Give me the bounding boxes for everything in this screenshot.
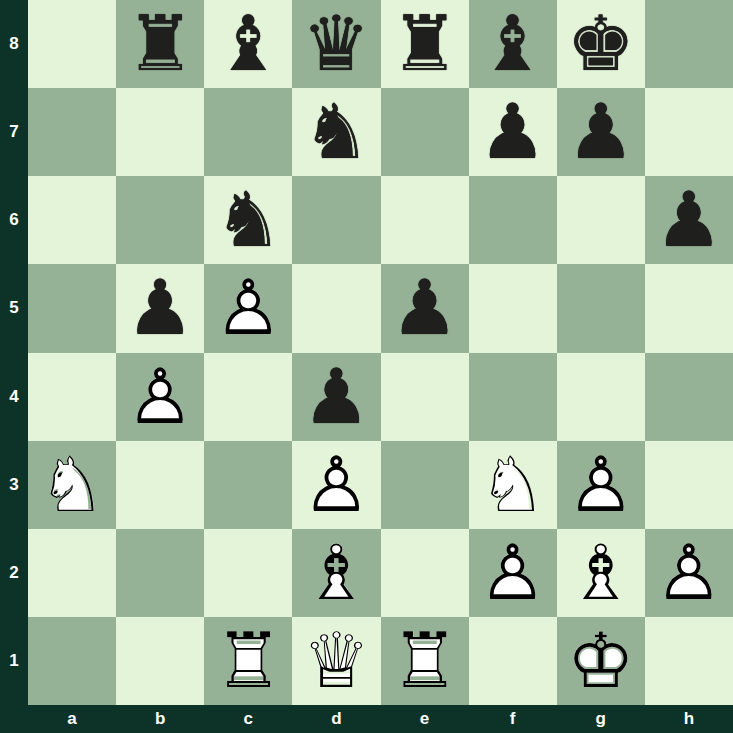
piece-white-knight-outline: ♘ — [469, 441, 557, 529]
file-labels: abcdefgh — [28, 705, 733, 733]
piece-black-rook: ♜ — [381, 0, 469, 88]
square-g2[interactable]: ♝♗ — [557, 529, 645, 617]
file-label-c: c — [204, 705, 292, 733]
rank-label-5: 5 — [0, 264, 28, 352]
piece-white-pawn: ♟ — [469, 529, 557, 617]
square-c1[interactable]: ♜♖ — [204, 617, 292, 705]
square-f1[interactable] — [469, 617, 557, 705]
square-d8[interactable]: ♛ — [292, 0, 380, 88]
piece-white-rook: ♜ — [381, 617, 469, 705]
rank-label-3: 3 — [0, 441, 28, 529]
square-e4[interactable] — [381, 353, 469, 441]
square-f5[interactable] — [469, 264, 557, 352]
square-b5[interactable]: ♟ — [116, 264, 204, 352]
square-g4[interactable] — [557, 353, 645, 441]
piece-black-pawn: ♟ — [557, 88, 645, 176]
square-a2[interactable] — [28, 529, 116, 617]
square-f2[interactable]: ♟♙ — [469, 529, 557, 617]
square-b6[interactable] — [116, 176, 204, 264]
piece-white-king-outline: ♔ — [557, 617, 645, 705]
square-b3[interactable] — [116, 441, 204, 529]
piece-white-pawn: ♟ — [116, 353, 204, 441]
file-label-g: g — [557, 705, 645, 733]
piece-white-bishop-outline: ♗ — [557, 529, 645, 617]
square-h5[interactable] — [645, 264, 733, 352]
square-h3[interactable] — [645, 441, 733, 529]
piece-black-pawn: ♟ — [469, 88, 557, 176]
piece-white-knight: ♞ — [469, 441, 557, 529]
square-b8[interactable]: ♜ — [116, 0, 204, 88]
square-g6[interactable] — [557, 176, 645, 264]
piece-black-pawn: ♟ — [292, 353, 380, 441]
square-h8[interactable] — [645, 0, 733, 88]
square-g8[interactable]: ♚ — [557, 0, 645, 88]
piece-white-bishop: ♝ — [292, 529, 380, 617]
square-a5[interactable] — [28, 264, 116, 352]
square-d5[interactable] — [292, 264, 380, 352]
square-d7[interactable]: ♞ — [292, 88, 380, 176]
square-f7[interactable]: ♟ — [469, 88, 557, 176]
rank-label-7: 7 — [0, 88, 28, 176]
piece-black-bishop: ♝ — [204, 0, 292, 88]
square-h6[interactable]: ♟ — [645, 176, 733, 264]
chess-board-frame: 87654321 ♜♝♛♜♝♚♞♟♟♞♟♟♟♙♟♟♙♟♞♘♟♙♞♘♟♙♝♗♟♙♝… — [0, 0, 733, 733]
piece-white-pawn-outline: ♙ — [116, 353, 204, 441]
piece-white-rook-outline: ♖ — [204, 617, 292, 705]
piece-black-rook: ♜ — [116, 0, 204, 88]
rank-label-1: 1 — [0, 617, 28, 705]
square-d3[interactable]: ♟♙ — [292, 441, 380, 529]
square-b1[interactable] — [116, 617, 204, 705]
piece-white-knight: ♞ — [28, 441, 116, 529]
rank-label-2: 2 — [0, 529, 28, 617]
piece-white-pawn: ♟ — [204, 264, 292, 352]
piece-black-knight: ♞ — [204, 176, 292, 264]
square-e1[interactable]: ♜♖ — [381, 617, 469, 705]
square-g5[interactable] — [557, 264, 645, 352]
square-g1[interactable]: ♚♔ — [557, 617, 645, 705]
rank-labels: 87654321 — [0, 0, 28, 705]
piece-white-pawn-outline: ♙ — [557, 441, 645, 529]
square-a4[interactable] — [28, 353, 116, 441]
piece-black-queen: ♛ — [292, 0, 380, 88]
piece-white-rook-outline: ♖ — [381, 617, 469, 705]
square-f8[interactable]: ♝ — [469, 0, 557, 88]
square-h4[interactable] — [645, 353, 733, 441]
square-g3[interactable]: ♟♙ — [557, 441, 645, 529]
piece-white-queen-outline: ♕ — [292, 617, 380, 705]
piece-white-rook: ♜ — [204, 617, 292, 705]
square-f4[interactable] — [469, 353, 557, 441]
piece-white-bishop-outline: ♗ — [292, 529, 380, 617]
rank-label-8: 8 — [0, 0, 28, 88]
square-c4[interactable] — [204, 353, 292, 441]
square-d4[interactable]: ♟ — [292, 353, 380, 441]
piece-white-pawn: ♟ — [292, 441, 380, 529]
piece-white-pawn: ♟ — [557, 441, 645, 529]
piece-black-pawn: ♟ — [645, 176, 733, 264]
square-a1[interactable] — [28, 617, 116, 705]
square-g7[interactable]: ♟ — [557, 88, 645, 176]
piece-black-pawn: ♟ — [381, 264, 469, 352]
square-h1[interactable] — [645, 617, 733, 705]
piece-white-queen: ♛ — [292, 617, 380, 705]
piece-white-pawn-outline: ♙ — [204, 264, 292, 352]
chess-board: ♜♝♛♜♝♚♞♟♟♞♟♟♟♙♟♟♙♟♞♘♟♙♞♘♟♙♝♗♟♙♝♗♟♙♜♖♛♕♜♖… — [28, 0, 733, 705]
square-a3[interactable]: ♞♘ — [28, 441, 116, 529]
file-label-b: b — [116, 705, 204, 733]
rank-label-4: 4 — [0, 353, 28, 441]
file-label-e: e — [381, 705, 469, 733]
square-c8[interactable]: ♝ — [204, 0, 292, 88]
square-e8[interactable]: ♜ — [381, 0, 469, 88]
square-h7[interactable] — [645, 88, 733, 176]
square-c7[interactable] — [204, 88, 292, 176]
square-c5[interactable]: ♟♙ — [204, 264, 292, 352]
piece-white-pawn-outline: ♙ — [469, 529, 557, 617]
square-a6[interactable] — [28, 176, 116, 264]
square-e7[interactable] — [381, 88, 469, 176]
square-d6[interactable] — [292, 176, 380, 264]
rank-label-6: 6 — [0, 176, 28, 264]
square-a8[interactable] — [28, 0, 116, 88]
square-e5[interactable]: ♟ — [381, 264, 469, 352]
square-c3[interactable] — [204, 441, 292, 529]
square-h2[interactable]: ♟♙ — [645, 529, 733, 617]
square-d1[interactable]: ♛♕ — [292, 617, 380, 705]
square-b4[interactable]: ♟♙ — [116, 353, 204, 441]
piece-white-knight-outline: ♘ — [28, 441, 116, 529]
square-f6[interactable] — [469, 176, 557, 264]
square-a7[interactable] — [28, 88, 116, 176]
square-b7[interactable] — [116, 88, 204, 176]
file-label-f: f — [469, 705, 557, 733]
square-b2[interactable] — [116, 529, 204, 617]
square-d2[interactable]: ♝♗ — [292, 529, 380, 617]
piece-white-pawn-outline: ♙ — [645, 529, 733, 617]
file-label-h: h — [645, 705, 733, 733]
piece-black-bishop: ♝ — [469, 0, 557, 88]
square-f3[interactable]: ♞♘ — [469, 441, 557, 529]
square-c2[interactable] — [204, 529, 292, 617]
square-e6[interactable] — [381, 176, 469, 264]
square-e3[interactable] — [381, 441, 469, 529]
piece-black-king: ♚ — [557, 0, 645, 88]
square-e2[interactable] — [381, 529, 469, 617]
file-label-a: a — [28, 705, 116, 733]
square-c6[interactable]: ♞ — [204, 176, 292, 264]
piece-white-bishop: ♝ — [557, 529, 645, 617]
piece-white-pawn: ♟ — [645, 529, 733, 617]
piece-black-pawn: ♟ — [116, 264, 204, 352]
piece-white-pawn-outline: ♙ — [292, 441, 380, 529]
piece-black-knight: ♞ — [292, 88, 380, 176]
file-label-d: d — [292, 705, 380, 733]
piece-white-king: ♚ — [557, 617, 645, 705]
